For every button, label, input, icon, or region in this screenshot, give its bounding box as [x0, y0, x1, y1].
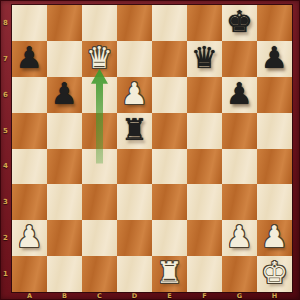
square-h7[interactable]: ♟ — [257, 41, 292, 77]
piece-white-queen-c7[interactable]: ♛ — [86, 43, 113, 73]
square-b5[interactable] — [47, 113, 82, 149]
square-h8[interactable] — [257, 5, 292, 41]
square-b8[interactable] — [47, 5, 82, 41]
square-f1[interactable] — [187, 256, 222, 292]
file-label-h: H — [257, 292, 292, 300]
square-f2[interactable] — [187, 220, 222, 256]
rank-label-2: 2 — [0, 220, 11, 256]
square-a6[interactable] — [12, 77, 47, 113]
piece-black-queen-f7[interactable]: ♛ — [191, 43, 218, 73]
square-e1[interactable]: ♜ — [152, 256, 187, 292]
piece-white-rook-e1[interactable]: ♜ — [156, 258, 183, 288]
square-g7[interactable] — [222, 41, 257, 77]
square-b3[interactable] — [47, 184, 82, 220]
board: ♚♟♛♛♟♟♟♟♜♟♟♟♜♚ — [12, 5, 292, 292]
square-f5[interactable] — [187, 113, 222, 149]
square-c3[interactable] — [82, 184, 117, 220]
square-a7[interactable]: ♟ — [12, 41, 47, 77]
square-a8[interactable] — [12, 5, 47, 41]
square-e4[interactable] — [152, 149, 187, 185]
square-a4[interactable] — [12, 149, 47, 185]
square-c5[interactable] — [82, 113, 117, 149]
square-f8[interactable] — [187, 5, 222, 41]
square-a2[interactable]: ♟ — [12, 220, 47, 256]
square-c7[interactable]: ♛ — [82, 41, 117, 77]
file-label-f: F — [187, 292, 222, 300]
square-c4[interactable] — [82, 149, 117, 185]
rank-label-6: 6 — [0, 77, 11, 113]
piece-black-pawn-a7[interactable]: ♟ — [16, 43, 43, 73]
square-f7[interactable]: ♛ — [187, 41, 222, 77]
square-f4[interactable] — [187, 149, 222, 185]
square-b6[interactable]: ♟ — [47, 77, 82, 113]
square-e7[interactable] — [152, 41, 187, 77]
rank-label-4: 4 — [0, 149, 11, 185]
piece-white-pawn-a2[interactable]: ♟ — [16, 222, 43, 252]
square-d3[interactable] — [117, 184, 152, 220]
square-h2[interactable]: ♟ — [257, 220, 292, 256]
square-d1[interactable] — [117, 256, 152, 292]
square-g2[interactable]: ♟ — [222, 220, 257, 256]
chess-board-frame: 87654321 ♚♟♛♛♟♟♟♟♜♟♟♟♜♚ ABCDEFGH — [0, 0, 300, 300]
square-f3[interactable] — [187, 184, 222, 220]
square-e6[interactable] — [152, 77, 187, 113]
square-d6[interactable]: ♟ — [117, 77, 152, 113]
rank-label-3: 3 — [0, 184, 11, 220]
square-g1[interactable] — [222, 256, 257, 292]
piece-black-king-g8[interactable]: ♚ — [226, 7, 253, 37]
rank-label-7: 7 — [0, 41, 11, 77]
square-g4[interactable] — [222, 149, 257, 185]
file-label-e: E — [152, 292, 187, 300]
square-c1[interactable] — [82, 256, 117, 292]
rank-coordinates: 87654321 — [0, 5, 11, 292]
square-e3[interactable] — [152, 184, 187, 220]
rank-label-8: 8 — [0, 5, 11, 41]
square-g5[interactable] — [222, 113, 257, 149]
piece-white-king-h1[interactable]: ♚ — [261, 258, 288, 288]
file-label-b: B — [47, 292, 82, 300]
piece-black-pawn-h7[interactable]: ♟ — [261, 43, 288, 73]
square-h5[interactable] — [257, 113, 292, 149]
square-d8[interactable] — [117, 5, 152, 41]
square-h3[interactable] — [257, 184, 292, 220]
rank-label-5: 5 — [0, 113, 11, 149]
square-b1[interactable] — [47, 256, 82, 292]
square-d4[interactable] — [117, 149, 152, 185]
square-a5[interactable] — [12, 113, 47, 149]
square-g8[interactable]: ♚ — [222, 5, 257, 41]
square-g6[interactable]: ♟ — [222, 77, 257, 113]
square-d7[interactable] — [117, 41, 152, 77]
square-d5[interactable]: ♜ — [117, 113, 152, 149]
piece-black-pawn-b6[interactable]: ♟ — [51, 79, 78, 109]
square-e8[interactable] — [152, 5, 187, 41]
square-d2[interactable] — [117, 220, 152, 256]
square-c6[interactable] — [82, 77, 117, 113]
square-b7[interactable] — [47, 41, 82, 77]
square-e5[interactable] — [152, 113, 187, 149]
piece-black-pawn-g6[interactable]: ♟ — [226, 79, 253, 109]
file-label-g: G — [222, 292, 257, 300]
file-label-a: A — [12, 292, 47, 300]
square-b4[interactable] — [47, 149, 82, 185]
square-h6[interactable] — [257, 77, 292, 113]
piece-white-pawn-h2[interactable]: ♟ — [261, 222, 288, 252]
piece-white-pawn-g2[interactable]: ♟ — [226, 222, 253, 252]
square-c8[interactable] — [82, 5, 117, 41]
piece-black-rook-d5[interactable]: ♜ — [121, 115, 148, 145]
file-label-c: C — [82, 292, 117, 300]
file-coordinates: ABCDEFGH — [12, 292, 292, 300]
piece-white-pawn-d6[interactable]: ♟ — [121, 79, 148, 109]
square-b2[interactable] — [47, 220, 82, 256]
file-label-d: D — [117, 292, 152, 300]
square-g3[interactable] — [222, 184, 257, 220]
rank-label-1: 1 — [0, 256, 11, 292]
square-h1[interactable]: ♚ — [257, 256, 292, 292]
square-a3[interactable] — [12, 184, 47, 220]
square-c2[interactable] — [82, 220, 117, 256]
square-e2[interactable] — [152, 220, 187, 256]
square-a1[interactable] — [12, 256, 47, 292]
square-f6[interactable] — [187, 77, 222, 113]
square-h4[interactable] — [257, 149, 292, 185]
